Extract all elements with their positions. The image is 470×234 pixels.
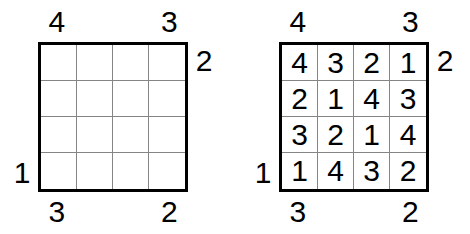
clue-bottom-4: 2 <box>151 192 189 230</box>
cell-r1c1 <box>41 45 77 81</box>
cell-r4c2: 4 <box>318 153 354 189</box>
clue-right-4 <box>188 155 220 193</box>
clue-col-right: 2 <box>188 42 220 192</box>
clue-right-3 <box>188 117 220 155</box>
clue-bottom-2 <box>76 192 114 230</box>
cell-r1c2 <box>77 45 113 81</box>
clue-left-3 <box>247 117 279 155</box>
clue-top-1: 4 <box>38 6 76 42</box>
clue-left-2 <box>247 80 279 118</box>
skyscrapers-example-solution-board: 4314321214332141432232 <box>247 6 461 230</box>
clue-top-3 <box>113 6 151 42</box>
clue-top-4: 3 <box>392 6 430 42</box>
cell-r1c4: 1 <box>390 45 426 81</box>
cell-r3c4: 4 <box>390 117 426 153</box>
puzzle-grid-4x4 <box>38 42 188 192</box>
clue-left-2 <box>6 80 38 118</box>
clue-col-left: 1 <box>247 42 279 192</box>
clue-top-2 <box>317 6 355 42</box>
cell-r4c4: 2 <box>390 153 426 189</box>
clue-top-4: 3 <box>151 6 189 42</box>
cell-r1c2: 3 <box>318 45 354 81</box>
clue-top-2 <box>76 6 114 42</box>
cell-r4c3: 3 <box>354 153 390 189</box>
cell-r4c1: 1 <box>282 153 318 189</box>
cell-r2c3 <box>113 81 149 117</box>
cell-r4c2 <box>77 153 113 189</box>
clue-right-3 <box>429 117 461 155</box>
cell-r2c2 <box>77 81 113 117</box>
clue-right-2 <box>429 80 461 118</box>
clue-left-4: 1 <box>247 155 279 193</box>
cell-r1c3 <box>113 45 149 81</box>
cell-r2c3: 4 <box>354 81 390 117</box>
cell-r1c3: 2 <box>354 45 390 81</box>
cell-r2c1 <box>41 81 77 117</box>
cell-r1c1: 4 <box>282 45 318 81</box>
cell-r1c4 <box>149 45 185 81</box>
clue-bottom-2 <box>317 192 355 230</box>
cell-r3c3 <box>113 117 149 153</box>
clue-top-1: 4 <box>279 6 317 42</box>
cell-r3c2: 2 <box>318 117 354 153</box>
clue-col-right: 2 <box>429 42 461 192</box>
cell-r3c4 <box>149 117 185 153</box>
cell-r3c1: 3 <box>282 117 318 153</box>
cell-r2c4 <box>149 81 185 117</box>
cell-r3c3: 1 <box>354 117 390 153</box>
clue-left-3 <box>6 117 38 155</box>
clue-row-bottom: 32 <box>38 192 188 230</box>
cell-r4c4 <box>149 153 185 189</box>
clue-right-1: 2 <box>188 42 220 80</box>
clue-right-1: 2 <box>429 42 461 80</box>
clue-bottom-1: 3 <box>38 192 76 230</box>
skyscrapers-example-puzzle-board: 431232 <box>6 6 220 230</box>
clue-left-4: 1 <box>6 155 38 193</box>
cell-r3c2 <box>77 117 113 153</box>
cell-r4c3 <box>113 153 149 189</box>
clue-row-bottom: 32 <box>279 192 429 230</box>
clue-right-2 <box>188 80 220 118</box>
clue-bottom-3 <box>354 192 392 230</box>
clue-left-1 <box>247 42 279 80</box>
cell-r2c4: 3 <box>390 81 426 117</box>
clue-bottom-1: 3 <box>279 192 317 230</box>
cell-r2c1: 2 <box>282 81 318 117</box>
clue-col-left: 1 <box>6 42 38 192</box>
clue-top-3 <box>354 6 392 42</box>
clue-row-top: 43 <box>38 6 188 42</box>
cell-r2c2: 1 <box>318 81 354 117</box>
cell-r4c1 <box>41 153 77 189</box>
clue-left-1 <box>6 42 38 80</box>
clue-bottom-4: 2 <box>392 192 430 230</box>
clue-bottom-3 <box>113 192 151 230</box>
clue-row-top: 43 <box>279 6 429 42</box>
cell-r3c1 <box>41 117 77 153</box>
solution-grid-4x4: 4321214332141432 <box>279 42 429 192</box>
clue-right-4 <box>429 155 461 193</box>
